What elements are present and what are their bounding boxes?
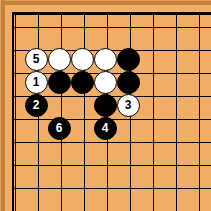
stone-black xyxy=(117,48,140,71)
stone-white xyxy=(48,48,71,71)
move-number-label: 6 xyxy=(56,122,63,134)
stone-black-4: 4 xyxy=(94,117,117,140)
stone-white xyxy=(94,71,117,94)
stone-white xyxy=(94,48,117,71)
move-number-label: 3 xyxy=(125,99,132,111)
move-number-label: 5 xyxy=(33,53,40,65)
stone-black-6: 6 xyxy=(48,117,71,140)
move-number-label: 4 xyxy=(102,122,109,134)
stone-black xyxy=(117,71,140,94)
stone-white-5: 5 xyxy=(25,48,48,71)
stone-white-3: 3 xyxy=(117,94,140,117)
stone-white-1: 1 xyxy=(25,71,48,94)
stone-black xyxy=(71,71,94,94)
stone-white xyxy=(71,48,94,71)
stone-black-2: 2 xyxy=(25,94,48,117)
move-number-label: 2 xyxy=(33,99,40,111)
stone-black xyxy=(94,94,117,117)
go-diagram: 512364 xyxy=(0,0,211,211)
move-number-label: 1 xyxy=(33,76,40,88)
stone-black xyxy=(48,71,71,94)
stones-layer: 512364 xyxy=(2,2,209,209)
